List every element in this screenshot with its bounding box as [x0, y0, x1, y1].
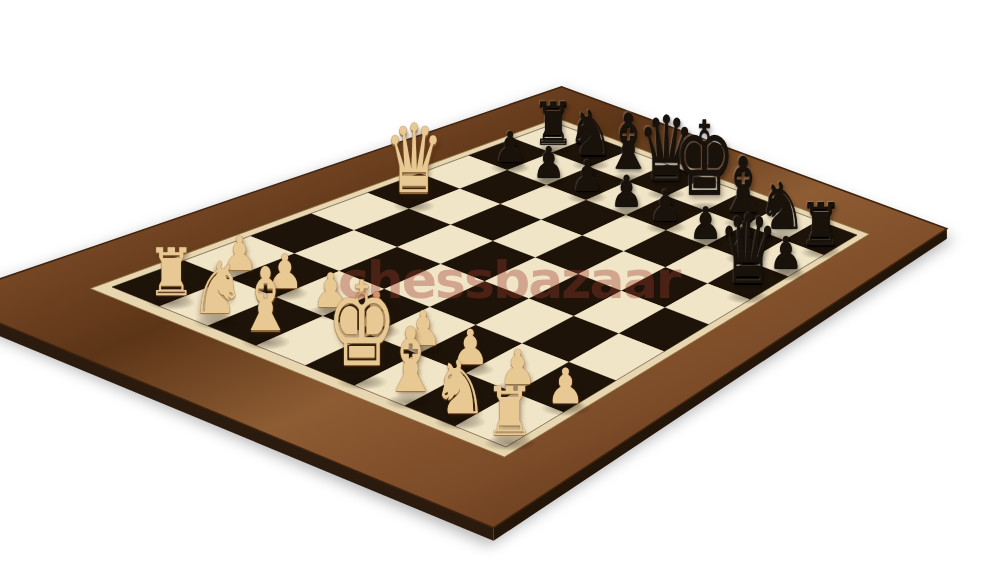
rook-glyph: ♜ — [147, 240, 195, 305]
piece-black-pawn-e7[interactable]: ♟ — [649, 191, 683, 229]
pawn-glyph: ♟ — [532, 141, 565, 184]
queen-glyph: ♛ — [384, 113, 444, 208]
piece-white-pawn-h2[interactable]: ♟ — [547, 369, 585, 411]
pawn-glyph: ♟ — [610, 171, 644, 214]
piece-black-rook-h8[interactable]: ♜ — [799, 206, 842, 254]
piece-black-queen-h6[interactable]: ♛ — [718, 231, 779, 299]
pawn-glyph: ♟ — [547, 363, 585, 412]
knight-glyph: ♞ — [432, 351, 488, 425]
piece-black-pawn-b7[interactable]: ♟ — [532, 147, 565, 184]
pawn-glyph: ♟ — [571, 156, 605, 199]
piece-white-bishop-c1[interactable]: ♝ — [237, 281, 294, 344]
rook-glyph: ♜ — [485, 378, 535, 446]
queen-glyph: ♛ — [718, 202, 779, 298]
piece-black-pawn-a7[interactable]: ♟ — [493, 132, 526, 169]
piece-black-pawn-c7[interactable]: ♟ — [571, 161, 605, 199]
pawn-glyph: ♟ — [493, 126, 526, 169]
chess-set-product-photo: ♜♞♟♝♟♛♟♛♚♟♝♟♞♟♜♟♟♟♟♛♜♟♞♟♝♟♟♚♟♝♟♞♜ chessb… — [0, 0, 1000, 562]
piece-white-rook-a1[interactable]: ♜ — [147, 252, 195, 306]
rook-glyph: ♜ — [799, 195, 842, 254]
piece-black-pawn-d7[interactable]: ♟ — [610, 176, 644, 214]
piece-white-knight-g1[interactable]: ♞ — [432, 363, 488, 426]
piece-white-queen-a5[interactable]: ♛ — [384, 141, 444, 208]
pawn-glyph: ♟ — [649, 186, 683, 229]
bishop-glyph: ♝ — [237, 257, 294, 344]
piece-white-rook-h1[interactable]: ♜ — [485, 390, 535, 446]
